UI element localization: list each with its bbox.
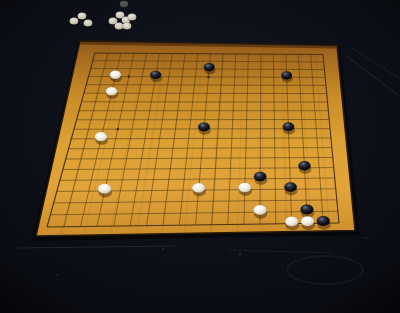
go-board-photo <box>0 0 400 313</box>
table-surface <box>0 0 400 313</box>
photo-vignette <box>0 0 400 313</box>
